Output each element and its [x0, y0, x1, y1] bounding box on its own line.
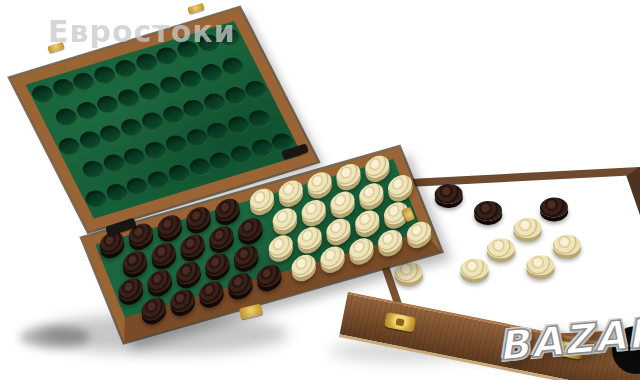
checker-piece-light — [300, 197, 326, 225]
checker-piece-light — [329, 189, 355, 217]
checker-piece-light — [486, 237, 515, 258]
checker-piece-light — [358, 180, 384, 208]
checker-piece-dark — [233, 242, 259, 270]
checker-piece-light — [393, 261, 422, 282]
checker-piece-dark — [185, 204, 211, 232]
checker-piece-light — [364, 153, 390, 181]
cast-shadow — [20, 326, 90, 348]
piece-recess-hole — [219, 55, 246, 77]
checker-piece-dark — [122, 248, 148, 276]
checker-piece-dark — [169, 287, 195, 315]
checker-piece-dark — [214, 196, 240, 224]
checker-piece-dark — [118, 275, 144, 303]
checker-piece-light — [335, 161, 361, 189]
checker-piece-dark — [179, 232, 205, 260]
checker-piece-light — [249, 186, 275, 214]
checker-piece-dark — [151, 240, 177, 268]
checker-piece-light — [272, 205, 298, 233]
checker-piece-light — [319, 244, 345, 272]
checker-piece-dark — [146, 267, 172, 295]
checker-piece-dark — [198, 278, 224, 306]
checker-piece-dark — [473, 200, 502, 221]
checker-piece-light — [268, 232, 294, 260]
brass-latch — [384, 312, 416, 333]
checker-piece-light — [377, 227, 403, 255]
checker-piece-light — [459, 258, 488, 279]
brass-hinge — [187, 3, 204, 14]
checker-piece-dark — [141, 295, 167, 323]
checker-piece-light — [354, 208, 380, 236]
piece-recess-hole — [245, 108, 272, 130]
checker-piece-light — [406, 219, 432, 247]
checker-piece-dark — [204, 251, 230, 279]
checker-piece-light — [387, 172, 413, 200]
checker-piece-dark — [539, 196, 568, 217]
checker-piece-dark — [208, 223, 234, 251]
checker-piece-light — [348, 235, 374, 263]
checker-piece-light — [525, 254, 554, 275]
watermark-text: Евростоки — [48, 14, 236, 49]
checker-piece-light — [325, 216, 351, 244]
checker-piece-dark — [227, 270, 253, 298]
checker-piece-dark — [156, 212, 182, 240]
checker-piece-dark — [175, 259, 201, 287]
checker-piece-dark — [433, 183, 462, 204]
product-photo-stage: Евростоки BAZAR — [0, 0, 640, 380]
checker-piece-light — [296, 224, 322, 252]
checker-piece-light — [552, 234, 581, 255]
checker-piece-light — [306, 169, 332, 197]
checker-piece-dark — [237, 215, 263, 243]
checker-piece-light — [290, 252, 316, 280]
checker-piece-light — [278, 178, 304, 206]
checker-piece-light — [512, 217, 541, 238]
checker-piece-dark — [256, 262, 282, 290]
